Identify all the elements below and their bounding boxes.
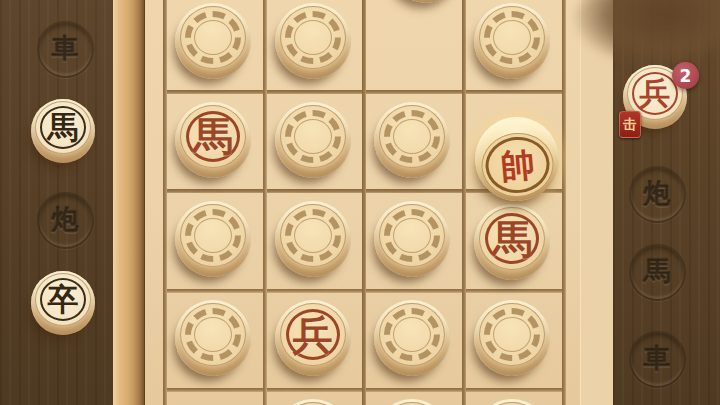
hidden-piece[interactable] <box>474 300 550 376</box>
piece-face <box>479 303 545 366</box>
hidden-piece[interactable] <box>275 201 351 277</box>
slot-chariot: 車 <box>37 21 94 78</box>
hidden-piece[interactable] <box>175 201 251 277</box>
piece-label: 馬 <box>492 219 532 259</box>
slot-label: 炮 <box>644 176 671 212</box>
hidden-piece[interactable] <box>275 3 351 79</box>
piece-face <box>180 204 246 267</box>
piece-face: 兵 <box>280 303 346 366</box>
red-horse-piece[interactable]: 馬 <box>474 204 550 280</box>
slot-label: 馬 <box>644 254 671 290</box>
count-badge: 2 <box>672 62 699 89</box>
hidden-piece[interactable] <box>175 300 251 376</box>
red-soldier-piece[interactable]: 兵 <box>275 300 351 376</box>
hidden-piece[interactable] <box>374 201 450 277</box>
piece-face: 馬 <box>180 105 246 168</box>
piece-face <box>479 6 545 69</box>
piece-face <box>180 303 246 366</box>
piece-label: 兵 <box>640 78 671 109</box>
piece-face <box>180 6 246 69</box>
piece-face <box>280 6 346 69</box>
piece-face: 馬 <box>479 207 545 270</box>
piece-label: 馬 <box>48 112 79 143</box>
red-horse-piece[interactable]: 馬 <box>175 102 251 178</box>
piece-face <box>379 303 445 366</box>
board-frame-left <box>113 0 145 405</box>
piece-label: 馬 <box>193 116 233 156</box>
hidden-piece[interactable] <box>374 102 450 178</box>
piece-face <box>280 105 346 168</box>
black-soldier-tray-piece[interactable]: 卒 <box>31 271 95 335</box>
hidden-piece[interactable] <box>275 102 351 178</box>
red-soldier-tray-piece[interactable]: 兵2击 <box>623 65 687 129</box>
piece-label: 帥 <box>499 146 536 183</box>
hidden-piece[interactable] <box>474 3 550 79</box>
slot-label: 車 <box>644 341 671 377</box>
piece-label: 卒 <box>48 284 79 315</box>
piece-face <box>280 204 346 267</box>
game-screen: 馬帥馬兵車馬炮卒兵2击炮馬車 <box>0 0 720 405</box>
board-frame-right <box>580 0 613 405</box>
slot-cannon: 炮 <box>629 166 686 223</box>
piece-face <box>379 105 445 168</box>
slot-horse: 馬 <box>629 244 686 301</box>
piece-face <box>379 204 445 267</box>
slot-chariot: 車 <box>629 331 686 388</box>
hidden-piece[interactable] <box>175 3 251 79</box>
piece-face: 帥 <box>479 130 556 200</box>
black-horse-tray-piece[interactable]: 馬 <box>31 99 95 163</box>
slot-cannon: 炮 <box>37 192 94 249</box>
piece-face: 馬 <box>35 101 91 154</box>
slot-label: 車 <box>52 31 79 67</box>
slot-label: 炮 <box>52 202 79 238</box>
piece-face: 卒 <box>35 273 91 326</box>
skill-seal-icon: 击 <box>619 111 641 138</box>
piece-label: 兵 <box>293 315 333 355</box>
